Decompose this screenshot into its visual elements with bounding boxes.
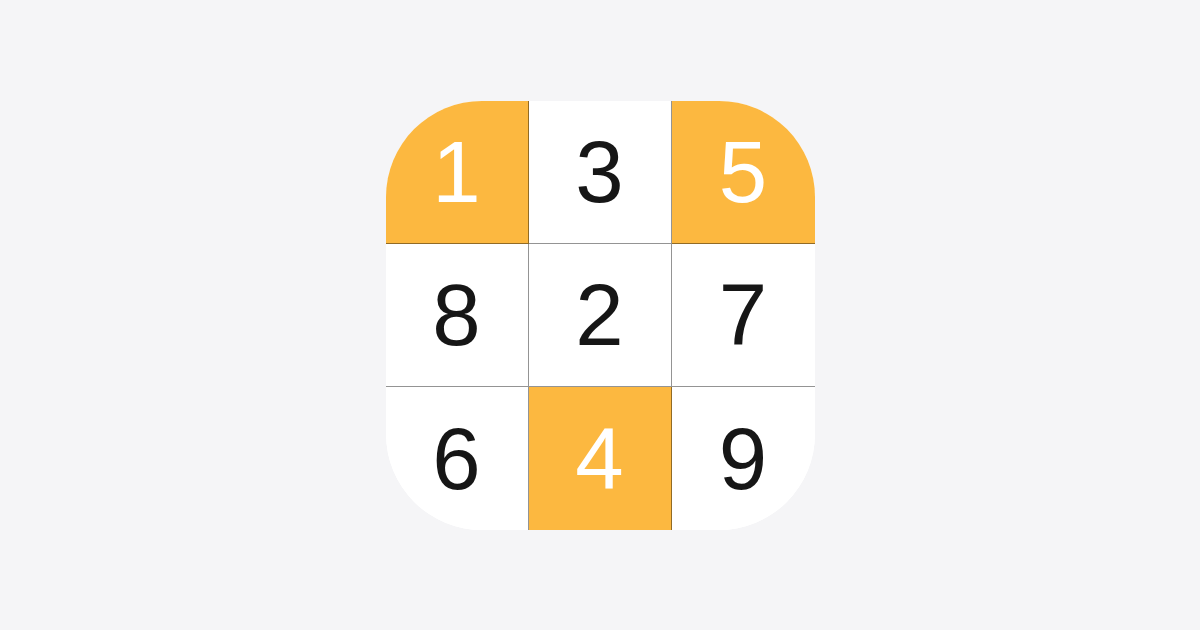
cell-r3c2: 4: [529, 387, 672, 530]
cell-r3c1: 6: [386, 387, 529, 530]
cell-r1c1: 1: [386, 101, 529, 244]
cell-r1c2: 3: [529, 101, 672, 244]
cell-r3c3: 9: [672, 387, 815, 530]
cell-r2c3: 7: [672, 244, 815, 387]
cell-r2c1: 8: [386, 244, 529, 387]
page-background: 1 3 5 8 2 7 6 4 9: [0, 0, 1200, 630]
cell-r1c3: 5: [672, 101, 815, 244]
cell-r2c2: 2: [529, 244, 672, 387]
sudoku-app-icon: 1 3 5 8 2 7 6 4 9: [386, 101, 815, 530]
